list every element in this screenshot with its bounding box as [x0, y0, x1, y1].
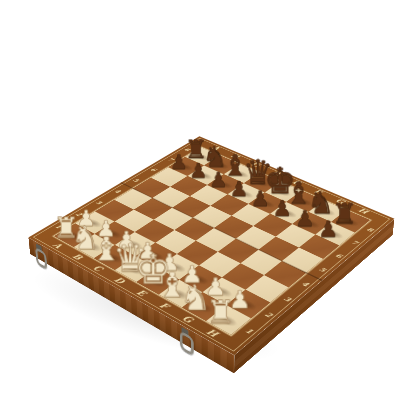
- chess-board: ABCDEFGH ABCDEFGH 87654321 87654321 ♜♞♝♛…: [28, 136, 394, 355]
- clasp-icon: [179, 325, 191, 353]
- board-grid: ♜♞♝♛♚♝♞♜♟♟♟♟♟♟♟♟♟♟♟♟♟♟♟♟♜♞♝♛♚♝♞♜: [54, 147, 369, 335]
- white-rook: ♜: [204, 297, 236, 329]
- board-scene: ABCDEFGH ABCDEFGH 87654321 87654321 ♜♞♝♛…: [0, 0, 416, 416]
- square-e5: [214, 216, 253, 239]
- clasp-ring-icon: [35, 247, 48, 271]
- square-d4: [174, 218, 214, 241]
- photo-background: ABCDEFGH ABCDEFGH 87654321 87654321 ♜♞♝♛…: [0, 0, 416, 416]
- clasp-ring-icon: [179, 330, 193, 356]
- black-pawn: ♟: [314, 219, 342, 241]
- clasp-icon: [34, 242, 45, 267]
